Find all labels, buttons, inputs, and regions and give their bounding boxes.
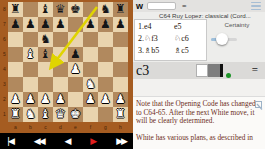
piece-K: ♚	[70, 107, 81, 122]
file-labels: abcdefgh	[8, 123, 128, 132]
piece-q: ♛	[55, 2, 66, 17]
square-b6[interactable]	[23, 32, 38, 47]
next-move-band: c3 =	[133, 62, 265, 79]
square-g4[interactable]	[98, 62, 113, 77]
square-d5[interactable]	[53, 47, 68, 62]
square-a2[interactable]: ♟	[8, 92, 23, 107]
resize-handle-icon[interactable]	[255, 101, 263, 110]
move-row-1[interactable]: 1.e4e5	[138, 21, 203, 33]
square-a4[interactable]	[8, 62, 23, 77]
square-h6[interactable]	[113, 32, 128, 47]
square-c8[interactable]: ♝	[38, 2, 53, 17]
square-h8[interactable]: ♜	[113, 2, 128, 17]
piece-P: ♟	[10, 92, 21, 107]
square-d7[interactable]: ♟	[53, 17, 68, 32]
moves-and-certainty: 1.e4e52.♘f3♘c63.♗b5♗c5 Certainty	[133, 19, 265, 62]
square-c3[interactable]	[38, 77, 53, 92]
square-e5[interactable]: ♟	[68, 47, 83, 62]
square-e1[interactable]: ♚	[68, 107, 83, 122]
square-e3[interactable]	[68, 77, 83, 92]
piece-R: ♜	[115, 107, 126, 122]
annotation-text: Note that the Opening Code has changed t…	[133, 96, 265, 149]
square-h3[interactable]	[113, 77, 128, 92]
piece-Q: ♛	[55, 107, 66, 122]
square-c4[interactable]	[38, 62, 53, 77]
square-e7[interactable]	[68, 17, 83, 32]
square-g2[interactable]: ♟	[98, 92, 113, 107]
square-b4[interactable]	[23, 62, 38, 77]
assessment-symbol: =	[252, 63, 258, 75]
piece-N: ♞	[25, 107, 36, 122]
certainty-slider[interactable]	[209, 31, 265, 47]
square-h7[interactable]: ♟	[113, 17, 128, 32]
piece-p: ♟	[40, 17, 51, 32]
square-a1[interactable]: ♜	[8, 107, 23, 122]
piece-p: ♟	[70, 47, 81, 62]
square-e6[interactable]	[68, 32, 83, 47]
square-f5[interactable]	[83, 47, 98, 62]
square-a3[interactable]	[8, 77, 23, 92]
square-d2[interactable]: ♟	[53, 92, 68, 107]
nav-first-button[interactable]: |◀	[7, 134, 13, 148]
nav-back-button[interactable]: ◀	[65, 134, 70, 148]
piece-B: ♝	[40, 107, 51, 122]
piece-r: ♜	[10, 2, 21, 17]
slider-knob[interactable]	[216, 33, 228, 45]
square-f1[interactable]	[83, 107, 98, 122]
nav-fast-forward-button[interactable]: ▶▶	[116, 134, 126, 148]
win-draw-loss-bar	[196, 64, 223, 77]
square-d6[interactable]	[53, 32, 68, 47]
square-b3[interactable]	[23, 77, 38, 92]
menu-icon[interactable]	[251, 2, 261, 10]
board-column: 87654321 ♜♝♛♚♞♜♟♟♟♟♟♟♟♞♝♝♟♟♞♟♟♟♟♟♟♟♜♞♝♛♚…	[0, 0, 133, 149]
square-f6[interactable]	[83, 32, 98, 47]
next-move[interactable]: c3	[136, 63, 149, 79]
opening-name: C64 Ruy Lopez: classical (Cord...	[133, 12, 265, 19]
square-g8[interactable]: ♞	[98, 2, 113, 17]
square-a5[interactable]	[8, 47, 23, 62]
move-row-3[interactable]: 3.♗b5♗c5	[138, 45, 203, 57]
square-g5[interactable]	[98, 47, 113, 62]
note-paragraph-1: Note that the Opening Code has changed t…	[136, 100, 260, 126]
square-g6[interactable]	[98, 32, 113, 47]
square-d1[interactable]: ♛	[53, 107, 68, 122]
rank-labels: 87654321	[0, 2, 8, 122]
piece-k: ♚	[70, 2, 81, 17]
piece-P: ♟	[115, 92, 126, 107]
certainty-label: Certainty	[209, 21, 265, 28]
nav-forward-button[interactable]: ▶	[90, 134, 95, 148]
square-e2[interactable]	[68, 92, 83, 107]
piece-b: ♝	[40, 47, 51, 62]
piece-P: ♟	[40, 92, 51, 107]
square-e4[interactable]: ♟	[68, 62, 83, 77]
square-b2[interactable]: ♟	[23, 92, 38, 107]
chess-opening-app: 87654321 ♜♝♛♚♞♜♟♟♟♟♟♟♟♞♝♝♟♟♞♟♟♟♟♟♟♟♜♞♝♛♚…	[0, 0, 265, 149]
square-c2[interactable]: ♟	[38, 92, 53, 107]
certainty-control: Certainty	[209, 19, 265, 61]
square-c6[interactable]: ♞	[38, 32, 53, 47]
piece-n: ♞	[40, 32, 51, 47]
square-f3[interactable]: ♞	[83, 77, 98, 92]
piece-P: ♟	[25, 92, 36, 107]
square-c5[interactable]: ♝	[38, 47, 53, 62]
piece-p: ♟	[115, 17, 126, 32]
piece-p: ♟	[55, 17, 66, 32]
piece-r: ♜	[115, 2, 126, 17]
square-e8[interactable]: ♚	[68, 2, 83, 17]
square-f2[interactable]: ♟	[83, 92, 98, 107]
piece-P: ♟	[55, 92, 66, 107]
square-f4[interactable]	[83, 62, 98, 77]
board-grid[interactable]: ♜♝♛♚♞♜♟♟♟♟♟♟♟♞♝♝♟♟♞♟♟♟♟♟♟♟♜♞♝♛♚♜	[8, 2, 128, 122]
square-c7[interactable]: ♟	[38, 17, 53, 32]
square-g7[interactable]: ♟	[98, 17, 113, 32]
piece-P: ♟	[100, 92, 111, 107]
square-a6[interactable]	[8, 32, 23, 47]
piece-P: ♟	[85, 92, 96, 107]
piece-N: ♞	[85, 77, 96, 92]
piece-p: ♟	[85, 17, 96, 32]
square-d3[interactable]	[53, 77, 68, 92]
square-a8[interactable]: ♜	[8, 2, 23, 17]
move-row-2[interactable]: 2.♘f3♘c6	[138, 33, 203, 45]
move-list[interactable]: 1.e4e52.♘f3♘c63.♗b5♗c5	[134, 19, 207, 61]
square-c1[interactable]: ♝	[38, 107, 53, 122]
square-h2[interactable]: ♟	[113, 92, 128, 107]
piece-p: ♟	[100, 17, 111, 32]
square-g1[interactable]	[98, 107, 113, 122]
piece-b: ♝	[40, 2, 51, 17]
piece-P: ♟	[70, 62, 81, 77]
square-f7[interactable]: ♟	[83, 17, 98, 32]
square-b8[interactable]	[23, 2, 38, 17]
move-navigation-bar: |◀◀◀◀▶▶▶	[0, 133, 133, 149]
square-b7[interactable]: ♟	[23, 17, 38, 32]
piece-p: ♟	[10, 17, 21, 32]
chess-board: 87654321 ♜♝♛♚♞♜♟♟♟♟♟♟♟♞♝♝♟♟♞♟♟♟♟♟♟♟♜♞♝♛♚…	[0, 0, 133, 133]
piece-B: ♝	[25, 47, 36, 62]
square-h5[interactable]	[113, 47, 128, 62]
square-g3[interactable]	[98, 77, 113, 92]
square-d8[interactable]: ♛	[53, 2, 68, 17]
side-to-move-indicator: w	[136, 1, 143, 11]
square-b1[interactable]: ♞	[23, 107, 38, 122]
square-a7[interactable]: ♟	[8, 17, 23, 32]
evaluation-symbol: =	[182, 2, 187, 11]
piece-n: ♞	[100, 2, 111, 17]
info-panel: w = C64 Ruy Lopez: classical (Cord... 1.…	[133, 0, 265, 149]
green-status-dot	[226, 73, 231, 78]
square-h1[interactable]: ♜	[113, 107, 128, 122]
square-f8[interactable]	[83, 2, 98, 17]
square-b5[interactable]: ♝	[23, 47, 38, 62]
piece-R: ♜	[10, 107, 21, 122]
search-input[interactable]	[147, 2, 176, 10]
panel-topbar: w =	[133, 0, 265, 12]
note-paragraph-2: White has various plans, as described in	[136, 134, 260, 143]
square-d4[interactable]	[53, 62, 68, 77]
piece-p: ♟	[25, 17, 36, 32]
square-h4[interactable]	[113, 62, 128, 77]
nav-fast-back-button[interactable]: ◀◀	[34, 134, 44, 148]
